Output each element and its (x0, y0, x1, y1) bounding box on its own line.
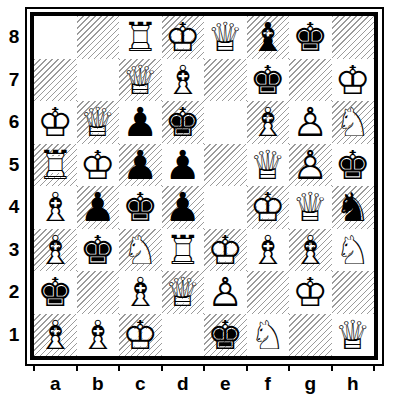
white-pawn-icon: ♙ (289, 144, 332, 187)
frame-tick (288, 366, 290, 371)
piece-fill: ♝ (119, 271, 162, 314)
square-a3[interactable]: ♝♗ (34, 229, 77, 272)
piece-black-pawn[interactable]: ♟ (119, 101, 162, 144)
square-c4[interactable]: ♚ (119, 186, 162, 229)
white-knight-icon: ♘ (332, 229, 375, 272)
square-d5[interactable]: ♟ (162, 144, 205, 187)
piece-black-bishop[interactable]: ♝ (247, 16, 290, 59)
square-h6[interactable]: ♞♘ (332, 101, 375, 144)
square-a6[interactable]: ♚♔ (34, 101, 77, 144)
black-pawn-icon: ♟ (162, 186, 205, 229)
chess-diagram: ♜♖♚♔♛♕♝♚♛♕♝♗♚♚♔♚♔♛♕♟♚♝♗♟♙♞♘♜♖♚♔♟♟♛♕♟♙♚♝♗… (0, 0, 405, 403)
square-b4[interactable]: ♟ (77, 186, 120, 229)
white-rook-icon: ♖ (119, 16, 162, 59)
white-queen-icon: ♕ (77, 101, 120, 144)
square-f3[interactable]: ♝♗ (247, 229, 290, 272)
piece-fill: ♚ (332, 59, 375, 102)
file-label-g: g (289, 373, 332, 395)
piece-fill: ♟ (204, 271, 247, 314)
piece-white-queen[interactable]: ♛♕ (77, 101, 120, 144)
piece-white-pawn[interactable]: ♟♙ (289, 144, 332, 187)
white-king-icon: ♔ (289, 271, 332, 314)
piece-black-king[interactable]: ♚ (204, 314, 247, 357)
black-pawn-icon: ♟ (119, 144, 162, 187)
piece-fill: ♚ (77, 144, 120, 187)
piece-fill: ♝ (34, 229, 77, 272)
piece-fill: ♝ (34, 314, 77, 357)
square-g4[interactable]: ♛♕ (289, 186, 332, 229)
file-labels: abcdefgh (34, 373, 374, 395)
piece-fill: ♝ (247, 101, 290, 144)
square-c8[interactable]: ♜♖ (119, 16, 162, 59)
piece-black-king[interactable]: ♚ (119, 186, 162, 229)
piece-black-king[interactable]: ♚ (247, 59, 290, 102)
square-e4[interactable] (204, 186, 247, 229)
piece-fill: ♚ (119, 314, 162, 357)
piece-fill: ♜ (34, 144, 77, 187)
piece-white-bishop[interactable]: ♝♗ (162, 59, 205, 102)
piece-fill: ♚ (247, 186, 290, 229)
file-label-c: c (119, 373, 162, 395)
piece-white-knight[interactable]: ♞♘ (119, 229, 162, 272)
piece-black-knight[interactable]: ♞ (332, 186, 375, 229)
square-e7[interactable] (204, 59, 247, 102)
white-bishop-icon: ♗ (247, 229, 290, 272)
file-label-a: a (34, 373, 77, 395)
white-knight-icon: ♘ (119, 229, 162, 272)
square-b1[interactable]: ♝♗ (77, 314, 120, 357)
white-bishop-icon: ♗ (119, 271, 162, 314)
square-g8[interactable]: ♚ (289, 16, 332, 59)
square-e8[interactable]: ♛♕ (204, 16, 247, 59)
square-d2[interactable]: ♛♕ (162, 271, 205, 314)
piece-white-queen[interactable]: ♛♕ (332, 314, 375, 357)
rank-label-6: 6 (0, 101, 28, 144)
rank-label-8: 8 (0, 16, 28, 59)
square-d6[interactable]: ♚ (162, 101, 205, 144)
square-h4[interactable]: ♞ (332, 186, 375, 229)
piece-white-queen[interactable]: ♛♕ (162, 271, 205, 314)
frame-tick (33, 366, 35, 371)
piece-white-bishop[interactable]: ♝♗ (34, 229, 77, 272)
square-e3[interactable]: ♚♔ (204, 229, 247, 272)
square-f5[interactable]: ♛♕ (247, 144, 290, 187)
square-g1[interactable] (289, 314, 332, 357)
piece-black-king[interactable]: ♚ (162, 101, 205, 144)
piece-black-pawn[interactable]: ♟ (162, 144, 205, 187)
piece-white-queen[interactable]: ♛♕ (247, 144, 290, 187)
piece-white-king[interactable]: ♚♔ (162, 16, 205, 59)
frame-tick (76, 366, 78, 371)
white-pawn-icon: ♙ (204, 271, 247, 314)
square-c2[interactable]: ♝♗ (119, 271, 162, 314)
piece-white-bishop[interactable]: ♝♗ (34, 314, 77, 357)
chess-board: ♜♖♚♔♛♕♝♚♛♕♝♗♚♚♔♚♔♛♕♟♚♝♗♟♙♞♘♜♖♚♔♟♟♛♕♟♙♚♝♗… (30, 12, 378, 360)
piece-white-queen[interactable]: ♛♕ (289, 186, 332, 229)
square-e1[interactable]: ♚ (204, 314, 247, 357)
black-pawn-icon: ♟ (119, 101, 162, 144)
piece-fill: ♞ (119, 229, 162, 272)
square-f2[interactable] (247, 271, 290, 314)
square-f7[interactable]: ♚ (247, 59, 290, 102)
file-label-e: e (204, 373, 247, 395)
piece-white-king[interactable]: ♚♔ (247, 186, 290, 229)
white-king-icon: ♔ (247, 186, 290, 229)
piece-white-rook[interactable]: ♜♖ (162, 229, 205, 272)
piece-black-pawn[interactable]: ♟ (77, 186, 120, 229)
piece-white-king[interactable]: ♚♔ (34, 101, 77, 144)
piece-white-rook[interactable]: ♜♖ (119, 16, 162, 59)
square-d1[interactable] (162, 314, 205, 357)
square-c3[interactable]: ♞♘ (119, 229, 162, 272)
piece-white-bishop[interactable]: ♝♗ (77, 314, 120, 357)
square-h2[interactable] (332, 271, 375, 314)
piece-fill: ♞ (332, 229, 375, 272)
piece-fill: ♞ (247, 314, 290, 357)
rank-label-5: 5 (0, 144, 28, 187)
piece-fill: ♟ (289, 144, 332, 187)
square-c6[interactable]: ♟ (119, 101, 162, 144)
black-knight-icon: ♞ (332, 186, 375, 229)
frame-tick (203, 366, 205, 371)
square-d3[interactable]: ♜♖ (162, 229, 205, 272)
frame-tick (118, 366, 120, 371)
piece-white-rook[interactable]: ♜♖ (34, 144, 77, 187)
piece-white-pawn[interactable]: ♟♙ (289, 101, 332, 144)
piece-fill: ♚ (162, 16, 205, 59)
piece-fill: ♝ (162, 59, 205, 102)
square-b7[interactable] (77, 59, 120, 102)
square-h3[interactable]: ♞♘ (332, 229, 375, 272)
white-rook-icon: ♖ (34, 144, 77, 187)
white-queen-icon: ♕ (289, 186, 332, 229)
frame-tick (373, 366, 375, 371)
square-f8[interactable]: ♝ (247, 16, 290, 59)
white-king-icon: ♔ (204, 229, 247, 272)
piece-white-knight[interactable]: ♞♘ (247, 314, 290, 357)
piece-fill: ♝ (77, 314, 120, 357)
piece-white-bishop[interactable]: ♝♗ (247, 229, 290, 272)
piece-white-king[interactable]: ♚♔ (119, 314, 162, 357)
piece-white-bishop[interactable]: ♝♗ (119, 271, 162, 314)
piece-black-pawn[interactable]: ♟ (162, 186, 205, 229)
rank-label-4: 4 (0, 186, 28, 229)
square-e5[interactable] (204, 144, 247, 187)
square-a8[interactable] (34, 16, 77, 59)
square-c5[interactable]: ♟ (119, 144, 162, 187)
piece-white-pawn[interactable]: ♟♙ (204, 271, 247, 314)
square-f6[interactable]: ♝♗ (247, 101, 290, 144)
piece-black-pawn[interactable]: ♟ (119, 144, 162, 187)
piece-fill: ♛ (332, 314, 375, 357)
black-king-icon: ♚ (332, 144, 375, 187)
white-bishop-icon: ♗ (289, 229, 332, 272)
piece-fill: ♛ (289, 186, 332, 229)
square-g5[interactable]: ♟♙ (289, 144, 332, 187)
rank-label-3: 3 (0, 229, 28, 272)
piece-fill: ♚ (289, 271, 332, 314)
piece-fill: ♝ (247, 229, 290, 272)
black-pawn-icon: ♟ (162, 144, 205, 187)
piece-fill: ♟ (289, 101, 332, 144)
white-queen-icon: ♕ (332, 314, 375, 357)
piece-black-king[interactable]: ♚ (289, 16, 332, 59)
piece-fill: ♛ (119, 59, 162, 102)
black-king-icon: ♚ (247, 59, 290, 102)
piece-fill: ♝ (34, 186, 77, 229)
white-queen-icon: ♕ (247, 144, 290, 187)
frame-tick (246, 366, 248, 371)
black-king-icon: ♚ (162, 101, 205, 144)
piece-fill: ♜ (162, 229, 205, 272)
white-queen-icon: ♕ (204, 16, 247, 59)
piece-white-king[interactable]: ♚♔ (289, 271, 332, 314)
file-label-b: b (77, 373, 120, 395)
white-rook-icon: ♖ (162, 229, 205, 272)
square-b3[interactable]: ♚ (77, 229, 120, 272)
piece-white-king[interactable]: ♚♔ (332, 59, 375, 102)
square-d7[interactable]: ♝♗ (162, 59, 205, 102)
rank-label-1: 1 (0, 314, 28, 357)
black-king-icon: ♚ (289, 16, 332, 59)
black-king-icon: ♚ (34, 271, 77, 314)
piece-white-king[interactable]: ♚♔ (77, 144, 120, 187)
piece-white-bishop[interactable]: ♝♗ (289, 229, 332, 272)
white-bishop-icon: ♗ (34, 186, 77, 229)
file-label-h: h (332, 373, 375, 395)
piece-fill: ♚ (204, 229, 247, 272)
white-bishop-icon: ♗ (34, 229, 77, 272)
white-king-icon: ♔ (119, 314, 162, 357)
square-d4[interactable]: ♟ (162, 186, 205, 229)
white-knight-icon: ♘ (332, 101, 375, 144)
black-king-icon: ♚ (77, 229, 120, 272)
piece-fill: ♜ (119, 16, 162, 59)
piece-black-king[interactable]: ♚ (77, 229, 120, 272)
white-bishop-icon: ♗ (77, 314, 120, 357)
square-f4[interactable]: ♚♔ (247, 186, 290, 229)
square-h7[interactable]: ♚♔ (332, 59, 375, 102)
white-king-icon: ♔ (77, 144, 120, 187)
piece-fill: ♛ (77, 101, 120, 144)
white-knight-icon: ♘ (247, 314, 290, 357)
black-king-icon: ♚ (204, 314, 247, 357)
piece-fill: ♞ (332, 101, 375, 144)
file-label-f: f (247, 373, 290, 395)
white-bishop-icon: ♗ (162, 59, 205, 102)
black-king-icon: ♚ (119, 186, 162, 229)
black-pawn-icon: ♟ (77, 186, 120, 229)
white-queen-icon: ♕ (162, 271, 205, 314)
square-b6[interactable]: ♛♕ (77, 101, 120, 144)
piece-fill: ♝ (289, 229, 332, 272)
square-g7[interactable] (289, 59, 332, 102)
rank-label-2: 2 (0, 271, 28, 314)
square-g2[interactable]: ♚♔ (289, 271, 332, 314)
piece-fill: ♛ (247, 144, 290, 187)
square-h8[interactable] (332, 16, 375, 59)
white-king-icon: ♔ (162, 16, 205, 59)
square-e6[interactable] (204, 101, 247, 144)
square-f1[interactable]: ♞♘ (247, 314, 290, 357)
piece-white-queen[interactable]: ♛♕ (119, 59, 162, 102)
square-b8[interactable] (77, 16, 120, 59)
white-king-icon: ♔ (34, 101, 77, 144)
rank-labels: 87654321 (0, 16, 28, 356)
square-a4[interactable]: ♝♗ (34, 186, 77, 229)
piece-black-king[interactable]: ♚ (332, 144, 375, 187)
piece-white-knight[interactable]: ♞♘ (332, 229, 375, 272)
square-b5[interactable]: ♚♔ (77, 144, 120, 187)
piece-white-knight[interactable]: ♞♘ (332, 101, 375, 144)
square-b2[interactable] (77, 271, 120, 314)
frame-tick (331, 366, 333, 371)
square-a1[interactable]: ♝♗ (34, 314, 77, 357)
piece-white-king[interactable]: ♚♔ (204, 229, 247, 272)
square-c1[interactable]: ♚♔ (119, 314, 162, 357)
white-pawn-icon: ♙ (289, 101, 332, 144)
white-bishop-icon: ♗ (247, 101, 290, 144)
white-bishop-icon: ♗ (34, 314, 77, 357)
black-bishop-icon: ♝ (247, 16, 290, 59)
piece-black-king[interactable]: ♚ (34, 271, 77, 314)
frame-tick (161, 366, 163, 371)
white-queen-icon: ♕ (119, 59, 162, 102)
square-a2[interactable]: ♚ (34, 271, 77, 314)
square-g3[interactable]: ♝♗ (289, 229, 332, 272)
piece-fill: ♚ (34, 101, 77, 144)
piece-fill: ♛ (162, 271, 205, 314)
square-e2[interactable]: ♟♙ (204, 271, 247, 314)
square-c7[interactable]: ♛♕ (119, 59, 162, 102)
file-label-d: d (162, 373, 205, 395)
square-a7[interactable] (34, 59, 77, 102)
square-h5[interactable]: ♚ (332, 144, 375, 187)
rank-label-7: 7 (0, 59, 28, 102)
square-d8[interactable]: ♚♔ (162, 16, 205, 59)
square-g6[interactable]: ♟♙ (289, 101, 332, 144)
square-h1[interactable]: ♛♕ (332, 314, 375, 357)
white-king-icon: ♔ (332, 59, 375, 102)
piece-white-bishop[interactable]: ♝♗ (247, 101, 290, 144)
piece-fill: ♛ (204, 16, 247, 59)
piece-white-bishop[interactable]: ♝♗ (34, 186, 77, 229)
square-a5[interactable]: ♜♖ (34, 144, 77, 187)
piece-white-queen[interactable]: ♛♕ (204, 16, 247, 59)
